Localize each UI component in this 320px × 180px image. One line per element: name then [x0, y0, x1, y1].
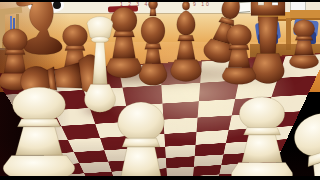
piece-white-pawn-1[interactable]: [0, 80, 88, 180]
letterbox-top: [0, 0, 320, 2]
piece-black-pawn-d[interactable]: [216, 20, 262, 86]
letterbox-bottom: [0, 176, 320, 180]
piece-black-bishop-a[interactable]: [163, 0, 209, 84]
piece-white-pawn-2[interactable]: [98, 94, 184, 180]
game-scene: 1 2 3 4 9 10: [0, 0, 320, 180]
